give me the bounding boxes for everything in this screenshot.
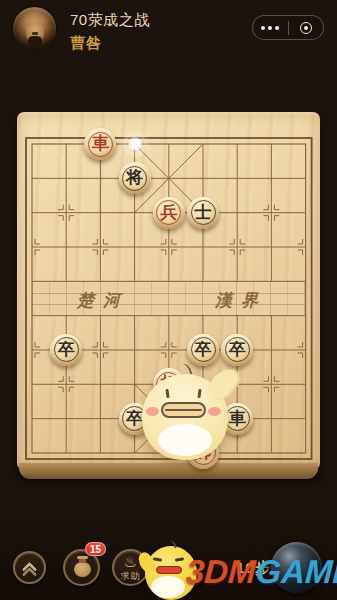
level-title: 70荥成之战 — [70, 11, 150, 30]
money-bag-icon — [74, 562, 91, 577]
wechat-capsule — [252, 15, 324, 40]
piece-red-chariot[interactable]: 車 — [84, 128, 116, 160]
more-button[interactable] — [253, 16, 288, 39]
last-move-marker — [126, 135, 144, 153]
mascot-blush — [208, 407, 221, 416]
piece-glyph: 将 — [119, 162, 151, 193]
river-label-han: 漢界 — [215, 289, 267, 312]
piece-glyph: 車 — [221, 403, 253, 434]
app-screen: 70荥成之战 曹咎 楚河 漢界 車将兵士卒卒卒相卒車帥 — [0, 0, 337, 600]
mascot-beak — [161, 402, 206, 418]
piece-red-elephant[interactable]: 相 — [153, 368, 185, 400]
piece-black-chariot[interactable]: 車 — [221, 403, 253, 435]
piece-glyph: 卒 — [119, 403, 151, 434]
piece-black-general[interactable]: 将 — [119, 162, 151, 194]
collapse-button[interactable] — [13, 551, 46, 584]
piece-glyph: 帥 — [187, 437, 219, 468]
piece-black-soldier[interactable]: 卒 — [50, 334, 82, 366]
hint-count-badge: 15 — [85, 542, 106, 556]
piece-black-soldier[interactable]: 卒 — [221, 334, 253, 366]
mascot-eye — [197, 389, 201, 398]
bottom-toolbar: 15 ♨ 求助 10步 — [0, 536, 337, 600]
brazier-icon: ♨ — [114, 553, 147, 571]
piece-glyph: 卒 — [221, 334, 253, 365]
piece-glyph: 卒 — [50, 334, 82, 365]
dark-orb-button[interactable] — [271, 542, 322, 593]
ellipsis-icon — [268, 26, 272, 30]
header-titles: 70荥成之战 曹咎 — [70, 11, 150, 53]
piece-glyph: 卒 — [187, 334, 219, 365]
opponent-avatar — [11, 5, 58, 52]
river-label-chu: 楚河 — [77, 289, 129, 312]
piece-black-advisor[interactable]: 士 — [187, 197, 219, 229]
piece-glyph: 車 — [84, 128, 116, 159]
circle-dot-icon — [300, 22, 312, 34]
piece-glyph: 相 — [153, 368, 185, 399]
mascot-wing — [203, 362, 244, 405]
piece-red-soldier[interactable]: 兵 — [153, 197, 185, 229]
board-edge — [19, 463, 318, 479]
help-label: 求助 — [114, 570, 147, 583]
header: 70荥成之战 曹咎 — [0, 0, 337, 60]
ellipsis-icon — [261, 26, 265, 30]
piece-black-soldier[interactable]: 卒 — [187, 334, 219, 366]
close-button[interactable] — [289, 16, 324, 39]
piece-black-soldier[interactable]: 卒 — [119, 403, 151, 435]
piece-red-general[interactable]: 帥 — [187, 437, 219, 469]
opponent-name: 曹咎 — [70, 34, 150, 53]
ellipsis-icon — [275, 26, 279, 30]
help-button[interactable]: ♨ 求助 — [112, 549, 149, 586]
xiangqi-board: 楚河 漢界 車将兵士卒卒卒相卒車帥 — [17, 112, 320, 470]
piece-glyph: 士 — [187, 197, 219, 228]
piece-glyph: 兵 — [153, 197, 185, 228]
